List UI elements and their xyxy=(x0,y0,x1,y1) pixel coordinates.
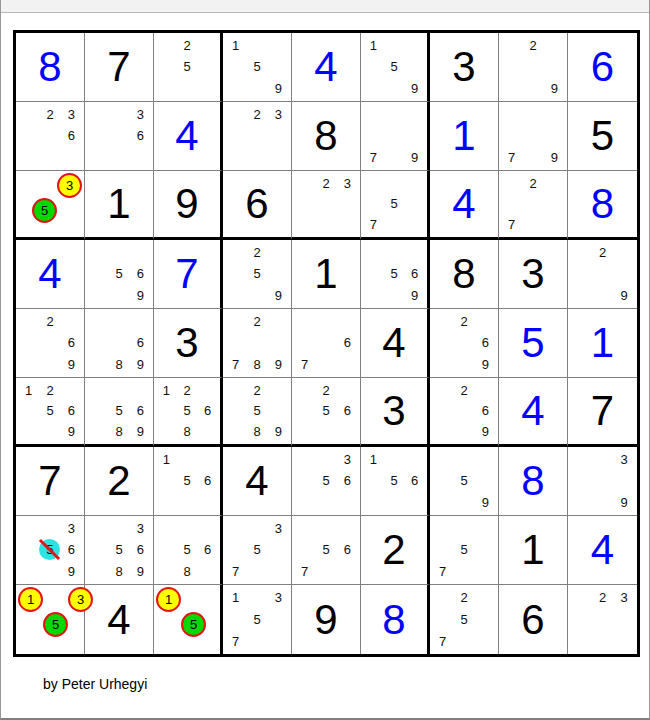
candidate-1: 1 xyxy=(370,38,377,53)
cell-r5c8[interactable]: 5 xyxy=(499,309,568,378)
cell-r9c8[interactable]: 6 xyxy=(499,585,568,654)
candidate-slot-6 xyxy=(268,56,289,77)
candidate-slot-8 xyxy=(453,630,474,652)
cell-r3c7[interactable]: 4 xyxy=(430,171,499,240)
candidate-slot-8: 8 xyxy=(108,354,129,375)
candidate-slot-3 xyxy=(337,518,358,539)
cell-r1c5[interactable]: 4 xyxy=(292,33,361,102)
candidate-slot-9 xyxy=(337,214,358,235)
cell-value: 7 xyxy=(175,253,198,295)
cell-r9c6[interactable]: 8 xyxy=(361,585,430,654)
cell-r9c1[interactable]: 135 xyxy=(16,585,85,654)
cell-value: 3 xyxy=(521,253,544,295)
cell-r1c6[interactable]: 159 xyxy=(361,33,430,102)
candidate-slot-1: 1 xyxy=(156,380,177,401)
candidate-slot-8 xyxy=(384,147,405,168)
candidate-slot-3 xyxy=(197,449,218,470)
candidate-slot-1 xyxy=(225,380,246,401)
cell-value: 8 xyxy=(591,183,614,225)
candidate-grid: 569 xyxy=(363,242,425,306)
candidate-slot-5: 5 xyxy=(181,612,206,637)
cell-r6c7[interactable]: 269 xyxy=(430,378,499,447)
candidate-slot-2: 2 xyxy=(315,380,336,401)
candidate-2: 2 xyxy=(46,314,53,329)
candidate-slot-5: 5 xyxy=(177,539,198,560)
candidate-slot-4 xyxy=(432,332,453,353)
cell-r9c9[interactable]: 23 xyxy=(568,585,637,654)
candidate-slot-7: 7 xyxy=(501,147,522,168)
candidate-slot-2 xyxy=(108,380,129,401)
candidate-slot-7: 7 xyxy=(225,354,246,375)
candidate-slot-5 xyxy=(384,125,405,146)
candidate-grid: 15 xyxy=(156,587,218,652)
candidate-slot-3: 3 xyxy=(57,173,82,198)
candidate-slot-6: 6 xyxy=(475,401,496,422)
candidate-2: 2 xyxy=(253,107,260,122)
cell-r7c9[interactable]: 39 xyxy=(568,447,637,516)
candidate-slot-5 xyxy=(39,125,60,146)
candidate-slot-5 xyxy=(522,194,543,215)
cell-r9c3[interactable]: 15 xyxy=(154,585,223,654)
candidate-slot-1: 1 xyxy=(18,587,43,612)
candidate-slot-2 xyxy=(177,518,198,539)
candidate-slot-5: 5 xyxy=(384,194,405,215)
candidate-grid: 35 xyxy=(18,173,82,235)
candidate-slot-2 xyxy=(384,242,405,263)
cell-r4c5[interactable]: 1 xyxy=(292,240,361,309)
candidate-grid: 269 xyxy=(432,380,496,442)
cell-r6c4[interactable]: 2589 xyxy=(223,378,292,447)
candidate-slot-4 xyxy=(87,125,108,146)
candidate-slot-9 xyxy=(268,147,289,168)
candidate-slot-4 xyxy=(87,539,108,560)
candidate-slot-2: 2 xyxy=(522,35,543,56)
cell-r9c2[interactable]: 4 xyxy=(85,585,154,654)
candidate-slot-8 xyxy=(39,147,60,168)
candidate-8: 8 xyxy=(183,564,190,579)
cell-r8c2[interactable]: 35689 xyxy=(85,516,154,585)
candidate-slot-8 xyxy=(108,285,129,306)
candidate-slot-4 xyxy=(18,401,39,422)
candidate-slot-5 xyxy=(39,332,60,353)
candidate-slot-5: 5 xyxy=(453,539,474,560)
cell-r5c5[interactable]: 67 xyxy=(292,309,361,378)
candidate-slot-8 xyxy=(522,147,543,168)
candidate-slot-3: 3 xyxy=(268,587,289,609)
candidate-slot-9 xyxy=(404,214,425,235)
candidate-slot-5: 5 xyxy=(108,539,129,560)
candidate-slot-5 xyxy=(592,609,614,631)
cell-r7c6[interactable]: 156 xyxy=(361,447,430,516)
candidate-3: 3 xyxy=(68,521,75,536)
cell-value: 1 xyxy=(591,322,614,364)
cell-r9c5[interactable]: 9 xyxy=(292,585,361,654)
cell-r1c3[interactable]: 25 xyxy=(154,33,223,102)
candidate-3: 3 xyxy=(275,590,282,605)
candidate-slot-3 xyxy=(268,242,289,263)
cell-r9c7[interactable]: 257 xyxy=(430,585,499,654)
candidate-grid: 79 xyxy=(363,104,425,168)
candidate-slot-3 xyxy=(475,518,496,539)
candidate-slot-9 xyxy=(197,492,218,513)
cell-value: 8 xyxy=(452,253,475,295)
candidate-slot-1 xyxy=(432,587,453,609)
candidate-8: 8 xyxy=(253,424,260,439)
cell-r6c5[interactable]: 256 xyxy=(292,378,361,447)
cell-r7c4[interactable]: 4 xyxy=(223,447,292,516)
candidate-slot-1: 1 xyxy=(363,35,384,56)
candidate-slot-4 xyxy=(225,401,246,422)
candidate-slot-2: 2 xyxy=(246,380,267,401)
candidate-slot-5: 5 xyxy=(246,609,267,631)
cell-r4c8[interactable]: 3 xyxy=(499,240,568,309)
candidate-slot-2: 2 xyxy=(315,173,336,194)
cell-r4c1[interactable]: 4 xyxy=(16,240,85,309)
candidate-7: 7 xyxy=(439,564,446,579)
cell-r7c7[interactable]: 59 xyxy=(430,447,499,516)
cell-r5c9[interactable]: 1 xyxy=(568,309,637,378)
candidate-slot-4 xyxy=(363,125,384,146)
candidate-slot-3: 3 xyxy=(130,104,151,125)
candidate-grid: 256 xyxy=(294,380,358,442)
candidate-6: 6 xyxy=(137,542,144,557)
cell-r7c8[interactable]: 8 xyxy=(499,447,568,516)
candidate-5: 5 xyxy=(253,59,260,74)
candidate-slot-6 xyxy=(613,609,635,631)
candidate-slot-5: 5 xyxy=(246,56,267,77)
cell-r5c6[interactable]: 4 xyxy=(361,309,430,378)
candidate-slot-1 xyxy=(225,518,246,539)
candidate-5: 5 xyxy=(460,542,467,557)
candidate-slot-6: 6 xyxy=(130,401,151,422)
page-top-bar xyxy=(1,0,649,13)
cell-r6c8[interactable]: 4 xyxy=(499,378,568,447)
candidate-grid: 357 xyxy=(225,518,289,582)
cell-r8c4[interactable]: 357 xyxy=(223,516,292,585)
candidate-slot-6 xyxy=(544,56,565,77)
candidate-slot-2 xyxy=(177,449,198,470)
candidate-slot-3 xyxy=(544,104,565,125)
candidate-grid: 57 xyxy=(432,518,496,582)
candidate-slot-5: 5 xyxy=(384,470,405,491)
candidate-slot-3: 3 xyxy=(337,449,358,470)
candidate-9: 9 xyxy=(137,288,144,303)
cell-r8c5[interactable]: 567 xyxy=(292,516,361,585)
candidate-grid: 23 xyxy=(570,587,635,652)
cell-r9c4[interactable]: 1357 xyxy=(223,585,292,654)
cell-value: 7 xyxy=(107,46,130,88)
cell-value: 1 xyxy=(314,253,337,295)
candidate-1: 1 xyxy=(370,452,377,467)
candidate-6: 6 xyxy=(68,128,75,143)
candidate-7: 7 xyxy=(508,217,515,232)
candidate-slot-8 xyxy=(246,630,267,652)
candidate-5: 5 xyxy=(253,266,260,281)
sudoku-app-page: 8725159415932962363642387917953519623574… xyxy=(0,0,650,720)
candidate-1-yellow-mark: 1 xyxy=(18,587,43,612)
candidate-slot-2: 2 xyxy=(39,380,60,401)
candidate-grid: 2789 xyxy=(225,311,289,375)
cell-r6c3[interactable]: 12568 xyxy=(154,378,223,447)
candidate-slot-7 xyxy=(18,147,39,168)
candidate-slot-3 xyxy=(404,173,425,194)
candidate-slot-9: 9 xyxy=(613,285,635,306)
candidate-7: 7 xyxy=(232,564,239,579)
candidate-slot-2 xyxy=(592,449,614,470)
cell-r4c6[interactable]: 569 xyxy=(361,240,430,309)
candidate-3: 3 xyxy=(68,107,75,122)
candidate-slot-7 xyxy=(570,285,592,306)
candidate-slot-6 xyxy=(475,609,496,631)
candidate-slot-8 xyxy=(453,492,474,513)
candidate-slot-7 xyxy=(156,78,177,99)
candidate-2: 2 xyxy=(529,38,536,53)
candidate-slot-3 xyxy=(404,242,425,263)
candidate-slot-5: 5 xyxy=(315,539,336,560)
candidate-slot-3 xyxy=(206,587,218,612)
cell-r3c8[interactable]: 27 xyxy=(499,171,568,240)
cell-r3c2[interactable]: 1 xyxy=(85,171,154,240)
cell-r2c2[interactable]: 36 xyxy=(85,102,154,171)
cell-r4c3[interactable]: 7 xyxy=(154,240,223,309)
cell-r1c7[interactable]: 3 xyxy=(430,33,499,102)
candidate-slot-6: 6 xyxy=(337,401,358,422)
candidate-3: 3 xyxy=(275,107,282,122)
candidate-7: 7 xyxy=(508,150,515,165)
cell-r8c8[interactable]: 1 xyxy=(499,516,568,585)
candidate-slot-1 xyxy=(432,380,453,401)
cell-r8c1[interactable]: 3569 xyxy=(16,516,85,585)
candidate-slot-6: 6 xyxy=(130,539,151,560)
candidate-slot-6 xyxy=(197,56,218,77)
candidate-3: 3 xyxy=(621,590,628,605)
cell-r6c9[interactable]: 7 xyxy=(568,378,637,447)
candidate-slot-7 xyxy=(225,78,246,99)
candidate-slot-2: 2 xyxy=(453,587,474,609)
cell-r2c5[interactable]: 8 xyxy=(292,102,361,171)
candidate-5-green-mark: 5 xyxy=(181,612,206,637)
candidate-1: 1 xyxy=(25,383,32,398)
candidate-slot-3 xyxy=(130,380,151,401)
candidate-9: 9 xyxy=(621,288,628,303)
candidate-slot-1 xyxy=(432,449,453,470)
candidate-slot-2 xyxy=(384,35,405,56)
cell-r3c6[interactable]: 57 xyxy=(361,171,430,240)
candidate-3: 3 xyxy=(344,176,351,191)
candidate-slot-6 xyxy=(544,194,565,215)
candidate-5: 5 xyxy=(183,59,190,74)
candidate-grid: 57 xyxy=(363,173,425,235)
cell-r8c9[interactable]: 4 xyxy=(568,516,637,585)
candidate-grid: 1357 xyxy=(225,587,289,652)
cell-value: 3 xyxy=(175,322,198,364)
cell-value: 8 xyxy=(521,460,544,502)
cell-r3c1[interactable]: 35 xyxy=(16,171,85,240)
candidate-slot-8 xyxy=(453,354,474,375)
cell-r4c4[interactable]: 259 xyxy=(223,240,292,309)
candidate-slot-6: 6 xyxy=(337,470,358,491)
candidate-9: 9 xyxy=(551,150,558,165)
cell-r2c9[interactable]: 5 xyxy=(568,102,637,171)
candidate-grid: 67 xyxy=(294,311,358,375)
cell-r2c3[interactable]: 4 xyxy=(154,102,223,171)
candidate-9: 9 xyxy=(68,564,75,579)
candidate-6: 6 xyxy=(344,403,351,418)
cell-r6c2[interactable]: 5689 xyxy=(85,378,154,447)
candidate-grid: 5689 xyxy=(87,380,151,442)
candidate-slot-9 xyxy=(337,421,358,442)
candidate-slot-2: 2 xyxy=(246,104,267,125)
cell-r2c8[interactable]: 79 xyxy=(499,102,568,171)
candidate-slot-4 xyxy=(570,609,592,631)
cell-r7c5[interactable]: 356 xyxy=(292,447,361,516)
candidate-slot-2 xyxy=(384,104,405,125)
candidate-slot-6 xyxy=(268,263,289,284)
candidate-8: 8 xyxy=(115,424,122,439)
candidate-slot-2 xyxy=(32,173,57,198)
candidate-slot-6 xyxy=(544,125,565,146)
cell-r4c9[interactable]: 29 xyxy=(568,240,637,309)
candidate-slot-6 xyxy=(475,539,496,560)
candidate-slot-8 xyxy=(246,285,267,306)
cell-r8c7[interactable]: 57 xyxy=(430,516,499,585)
candidate-slot-9: 9 xyxy=(475,421,496,442)
candidate-5: 5 xyxy=(322,403,329,418)
cell-r3c9[interactable]: 8 xyxy=(568,171,637,240)
cell-r3c3[interactable]: 9 xyxy=(154,171,223,240)
candidate-slot-1 xyxy=(570,242,592,263)
cell-r8c3[interactable]: 568 xyxy=(154,516,223,585)
cell-r3c5[interactable]: 23 xyxy=(292,171,361,240)
candidate-slot-2 xyxy=(43,587,68,612)
candidate-slot-9: 9 xyxy=(404,147,425,168)
candidate-grid: 79 xyxy=(501,104,565,168)
candidate-6: 6 xyxy=(411,473,418,488)
candidate-slot-5: 5 xyxy=(246,539,267,560)
candidate-slot-1: 1 xyxy=(156,587,181,612)
candidate-slot-2 xyxy=(522,104,543,125)
cell-r4c7[interactable]: 8 xyxy=(430,240,499,309)
candidate-slot-5: 5 xyxy=(315,470,336,491)
candidate-slot-7 xyxy=(87,421,108,442)
cell-r6c6[interactable]: 3 xyxy=(361,378,430,447)
cell-r1c9[interactable]: 6 xyxy=(568,33,637,102)
cell-r1c1[interactable]: 8 xyxy=(16,33,85,102)
candidate-slot-6: 6 xyxy=(197,401,218,422)
candidate-slot-8 xyxy=(39,421,60,442)
cell-value: 7 xyxy=(591,390,614,432)
cell-r5c3[interactable]: 3 xyxy=(154,309,223,378)
candidate-slot-6 xyxy=(404,194,425,215)
candidate-slot-3 xyxy=(197,518,218,539)
candidate-slot-7 xyxy=(363,492,384,513)
cell-value: 4 xyxy=(452,183,475,225)
candidate-slot-2 xyxy=(181,587,206,612)
cell-r6c1[interactable]: 12569 xyxy=(16,378,85,447)
candidate-6: 6 xyxy=(344,473,351,488)
cell-r5c7[interactable]: 269 xyxy=(430,309,499,378)
cell-r7c2[interactable]: 2 xyxy=(85,447,154,516)
candidate-2: 2 xyxy=(253,245,260,260)
cell-value: 6 xyxy=(591,46,614,88)
candidate-slot-9: 9 xyxy=(268,421,289,442)
candidate-slot-6 xyxy=(268,125,289,146)
candidate-slot-9: 9 xyxy=(475,492,496,513)
candidate-8: 8 xyxy=(115,357,122,372)
cell-r1c2[interactable]: 7 xyxy=(85,33,154,102)
cell-value: 8 xyxy=(382,599,405,641)
candidate-slot-1 xyxy=(87,518,108,539)
cell-r1c8[interactable]: 29 xyxy=(499,33,568,102)
candidate-slot-7: 7 xyxy=(363,214,384,235)
candidate-slot-2: 2 xyxy=(39,311,60,332)
candidate-slot-5: 5 xyxy=(453,609,474,631)
candidate-grid: 29 xyxy=(570,242,635,306)
candidate-slot-4 xyxy=(294,401,315,422)
candidate-slot-9: 9 xyxy=(61,561,82,582)
candidate-slot-2: 2 xyxy=(177,380,198,401)
candidate-slot-7 xyxy=(18,354,39,375)
candidate-slot-9 xyxy=(475,630,496,652)
candidate-5: 5 xyxy=(460,473,467,488)
candidate-slot-7 xyxy=(156,637,181,652)
cell-r5c1[interactable]: 269 xyxy=(16,309,85,378)
cell-r2c7[interactable]: 1 xyxy=(430,102,499,171)
cell-r7c1[interactable]: 7 xyxy=(16,447,85,516)
candidate-slot-4 xyxy=(294,539,315,560)
candidate-slot-7 xyxy=(225,147,246,168)
candidate-slot-1 xyxy=(432,518,453,539)
candidate-slot-8 xyxy=(522,214,543,235)
candidate-slot-6: 6 xyxy=(61,539,82,560)
cell-r4c2[interactable]: 569 xyxy=(85,240,154,309)
candidate-slot-4 xyxy=(225,539,246,560)
cell-r5c4[interactable]: 2789 xyxy=(223,309,292,378)
candidate-6: 6 xyxy=(68,335,75,350)
candidate-slot-6 xyxy=(404,56,425,77)
candidate-slot-7 xyxy=(18,223,32,235)
cell-r2c6[interactable]: 79 xyxy=(361,102,430,171)
candidate-slot-2 xyxy=(453,518,474,539)
candidate-slot-8 xyxy=(384,214,405,235)
candidate-8: 8 xyxy=(183,424,190,439)
candidate-9: 9 xyxy=(137,424,144,439)
cell-r8c6[interactable]: 2 xyxy=(361,516,430,585)
candidate-slot-2 xyxy=(246,518,267,539)
candidate-slot-9: 9 xyxy=(61,354,82,375)
cell-r7c3[interactable]: 156 xyxy=(154,447,223,516)
cell-r5c2[interactable]: 689 xyxy=(85,309,154,378)
cell-r2c1[interactable]: 236 xyxy=(16,102,85,171)
cell-r2c4[interactable]: 23 xyxy=(223,102,292,171)
candidate-slot-9: 9 xyxy=(268,78,289,99)
candidate-slot-7 xyxy=(18,421,39,442)
candidate-slot-9: 9 xyxy=(130,354,151,375)
candidate-slot-8: 8 xyxy=(246,421,267,442)
candidate-slot-3 xyxy=(475,311,496,332)
candidate-slot-7 xyxy=(570,492,592,513)
cell-value: 9 xyxy=(314,599,337,641)
candidate-slot-2 xyxy=(39,518,60,539)
cell-r1c4[interactable]: 159 xyxy=(223,33,292,102)
candidate-slot-9 xyxy=(544,214,565,235)
candidate-3-yellow-mark: 3 xyxy=(57,173,82,198)
candidate-grid: 2589 xyxy=(225,380,289,442)
candidate-slot-1 xyxy=(87,380,108,401)
candidate-slot-2: 2 xyxy=(177,35,198,56)
candidate-slot-1 xyxy=(156,518,177,539)
cell-r3c4[interactable]: 6 xyxy=(223,171,292,240)
